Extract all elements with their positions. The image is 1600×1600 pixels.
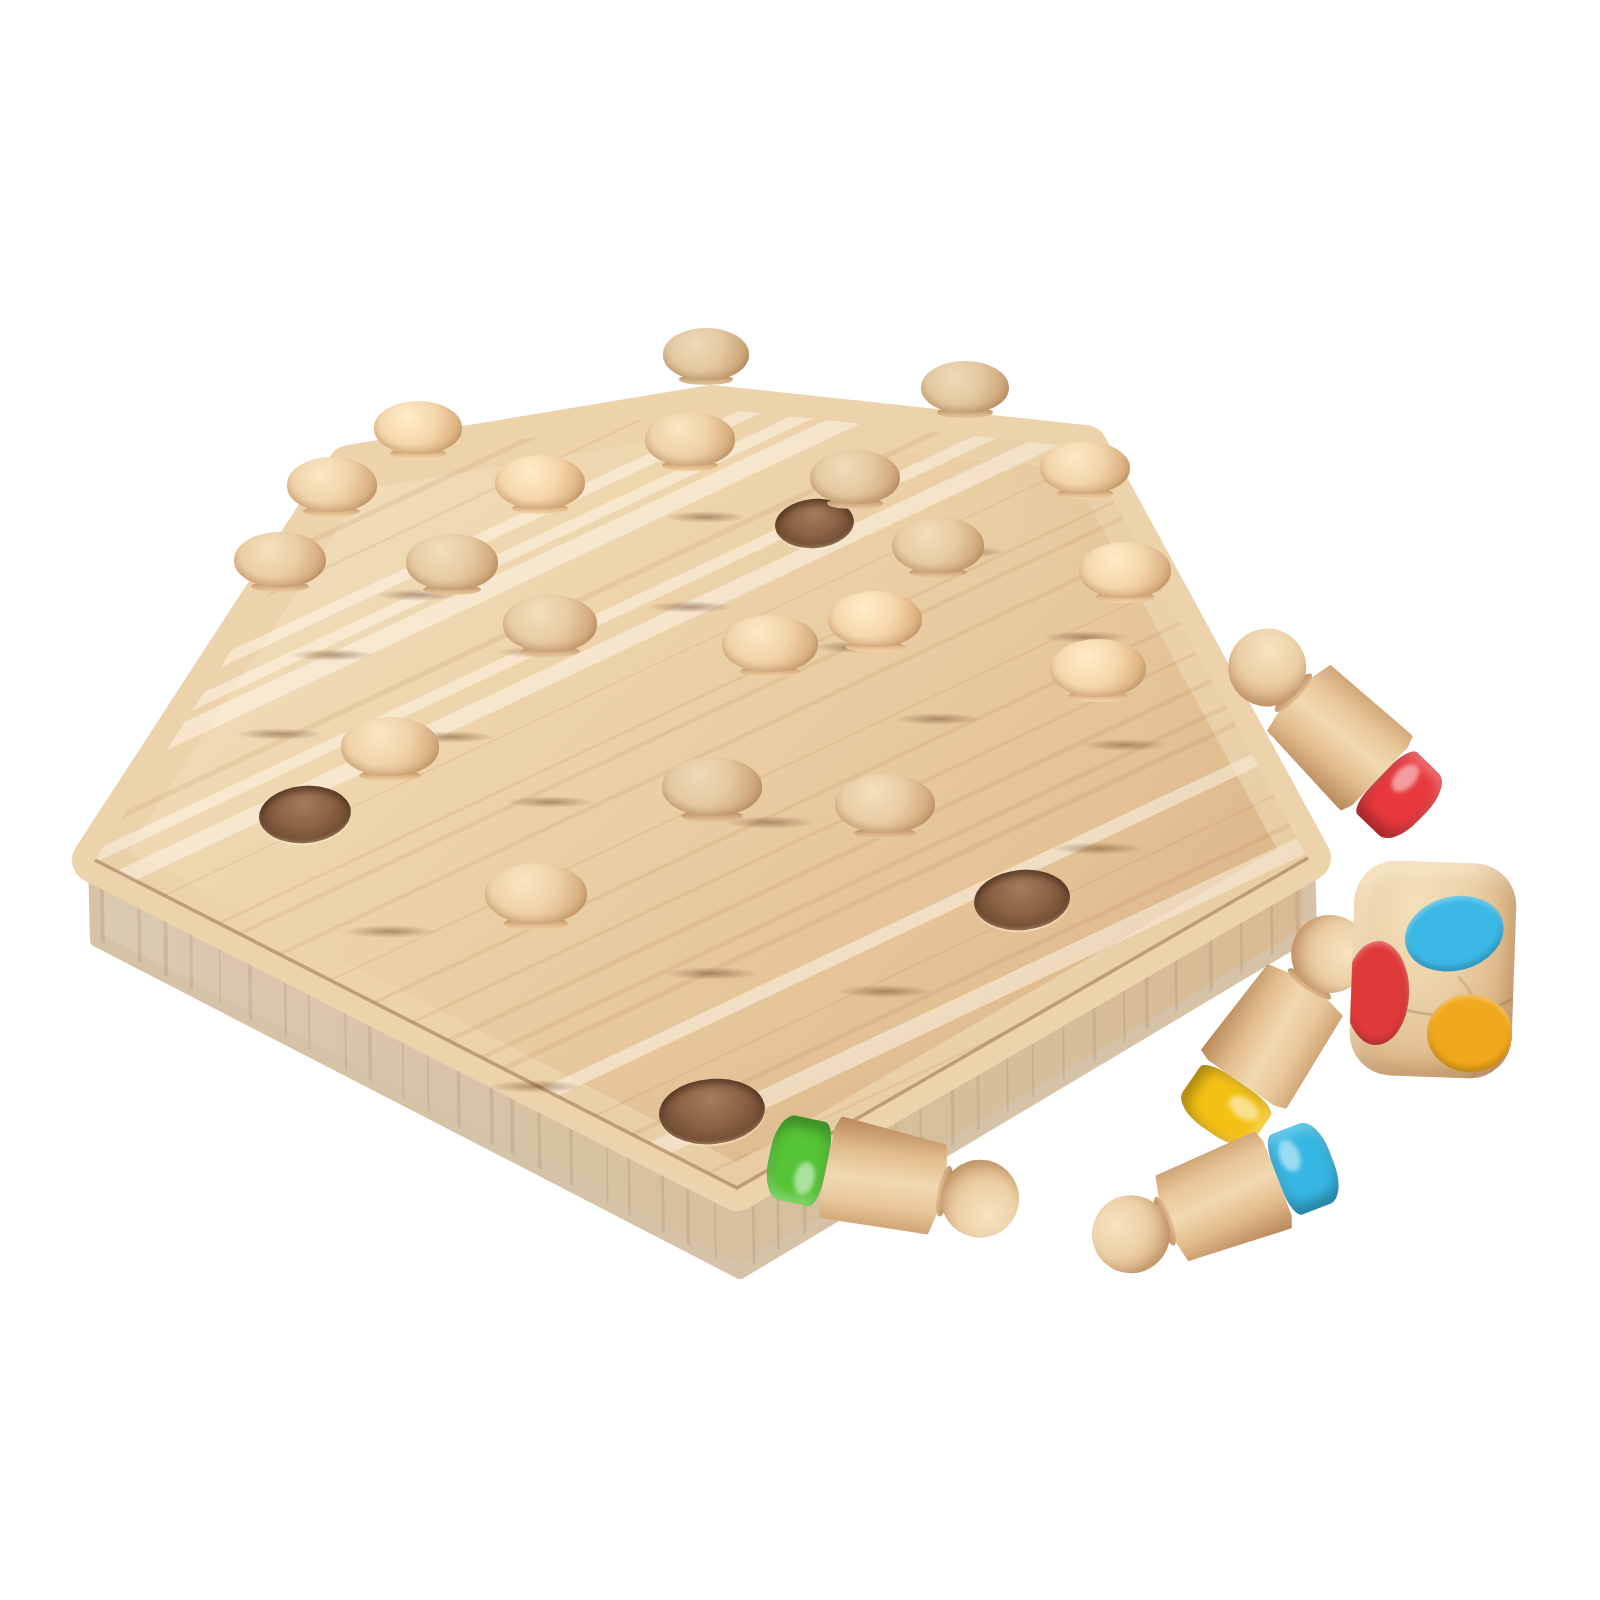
peg-body: [658, 817, 766, 977]
peg-body: [1046, 698, 1150, 852]
highlight: [1225, 1091, 1263, 1126]
memory-peg[interactable]: [831, 774, 940, 995]
memory-peg[interactable]: [499, 595, 602, 805]
peg-head: [495, 455, 585, 509]
peg-body: [230, 588, 331, 737]
memory-peg[interactable]: [824, 591, 927, 800]
highlight: [1387, 759, 1424, 796]
highlight: [1274, 1137, 1304, 1175]
peg-body: [480, 925, 591, 1090]
peg-head: [722, 615, 817, 672]
memory-peg[interactable]: [642, 412, 739, 610]
peg-body: [499, 653, 602, 805]
peg-body: [642, 467, 739, 610]
memory-peg[interactable]: [1046, 639, 1150, 852]
peg-head: [406, 534, 499, 590]
peg-head: [1079, 542, 1172, 598]
peg-head: [1040, 441, 1130, 495]
peg-body: [831, 834, 940, 995]
peg-head: [287, 457, 377, 511]
peg-head: [503, 595, 598, 652]
peg-head: [485, 863, 587, 924]
peg-head: [828, 591, 922, 648]
peg-head: [341, 717, 439, 776]
memory-peg[interactable]: [230, 532, 331, 737]
highlight: [791, 1160, 817, 1196]
color-die[interactable]: [1348, 859, 1517, 1080]
peg-head: [645, 412, 734, 465]
peg-head: [892, 517, 984, 572]
peg-head: [374, 401, 463, 454]
peg-head: [1050, 639, 1146, 696]
peg-head: [234, 532, 327, 587]
memory-peg[interactable]: [658, 757, 766, 977]
peg-head: [921, 361, 1009, 413]
peg-head: [810, 450, 900, 504]
product-photo: [0, 0, 1600, 1600]
memory-peg[interactable]: [480, 863, 591, 1090]
memory-peg[interactable]: [402, 534, 503, 740]
peg-head: [663, 328, 750, 380]
peg-head: [835, 774, 935, 834]
peg-head: [662, 757, 761, 816]
peg-body: [337, 777, 444, 935]
memory-peg[interactable]: [337, 717, 444, 935]
